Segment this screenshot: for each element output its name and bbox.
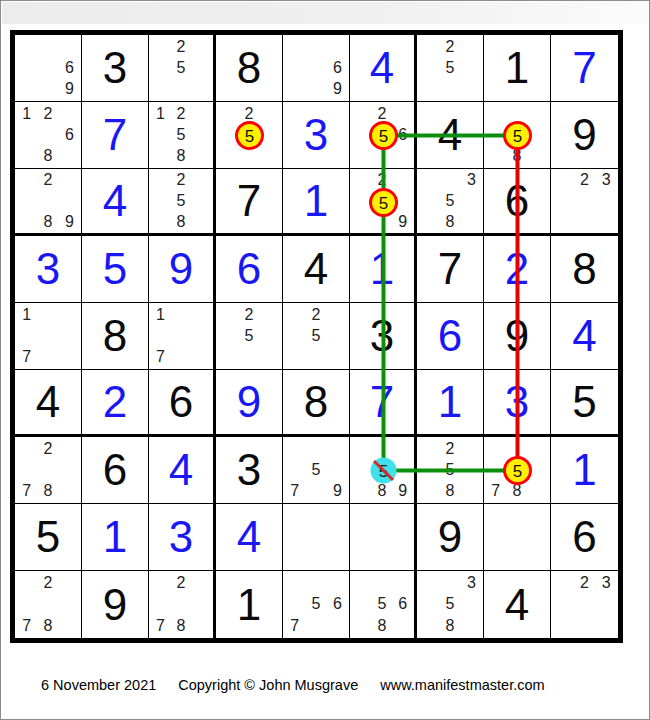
candidate-3: 3 [461, 170, 482, 191]
candidate-6: 6 [392, 594, 413, 616]
cell-r1c1[interactable]: 69 [15, 35, 82, 102]
cell-r8c1[interactable]: 5 [15, 504, 82, 571]
cell-r3c8[interactable]: 6 [484, 169, 551, 236]
cell-r6c4[interactable]: 9 [216, 370, 283, 437]
candidate-7: 7 [284, 481, 305, 502]
given-digit: 1 [484, 35, 550, 101]
cell-r7c3[interactable]: 4 [149, 437, 216, 504]
cell-r7c9[interactable]: 1 [551, 437, 618, 504]
cell-r4c2[interactable]: 5 [82, 236, 149, 303]
candidate-2: 2 [574, 170, 596, 191]
solved-digit: 1 [551, 437, 618, 503]
cell-r5c8[interactable]: 9 [484, 303, 551, 370]
cell-r4c7[interactable]: 7 [417, 236, 484, 303]
candidate-5: 5 [305, 459, 326, 480]
given-digit: 7 [216, 169, 282, 233]
candidate-9: 9 [327, 481, 348, 502]
candidate-7: 7 [16, 347, 37, 368]
cell-r8c8[interactable] [484, 504, 551, 571]
cell-r9c3[interactable]: 278 [149, 571, 216, 638]
cell-r7c8[interactable]: 578 [484, 437, 551, 504]
candidate-2: 2 [372, 170, 393, 191]
candidate-8: 8 [372, 481, 393, 502]
candidate-8: 8 [372, 615, 393, 637]
candidate-8: 8 [171, 211, 192, 232]
solved-digit: 6 [417, 303, 483, 369]
solved-digit: 7 [551, 35, 618, 101]
cell-r6c3[interactable]: 6 [149, 370, 216, 437]
candidate-2: 2 [37, 438, 58, 459]
cell-r3c5[interactable]: 1 [283, 169, 350, 236]
cell-r5c5[interactable]: 25 [283, 303, 350, 370]
cell-r8c5[interactable] [283, 504, 350, 571]
candidate-8: 8 [37, 615, 58, 637]
candidate-5: 5 [372, 459, 393, 480]
candidate-7: 7 [150, 347, 171, 368]
footer-copyright: Copyright © John Musgrave [178, 677, 358, 693]
cell-r3c2[interactable]: 4 [82, 169, 149, 236]
solved-digit: 9 [149, 236, 213, 302]
candidate-8: 8 [171, 146, 192, 167]
given-digit: 3 [216, 437, 282, 503]
cell-r8c7[interactable]: 9 [417, 504, 484, 571]
solved-digit: 4 [551, 303, 618, 369]
cell-r3c3[interactable]: 258 [149, 169, 216, 236]
candidate-9: 9 [59, 79, 80, 100]
candidate-7: 7 [16, 615, 37, 637]
solved-digit: 1 [350, 236, 414, 302]
cell-r2c5[interactable]: 3 [283, 102, 350, 169]
candidate-5: 5 [439, 191, 460, 212]
cell-r2c9[interactable]: 9 [551, 102, 618, 169]
candidate-6: 6 [327, 57, 348, 78]
cell-r6c8[interactable]: 3 [484, 370, 551, 437]
cell-r9c5[interactable]: 567 [283, 571, 350, 638]
candidate-3: 3 [595, 572, 617, 594]
solved-digit: 2 [484, 236, 550, 302]
cell-r6c6[interactable]: 7 [350, 370, 417, 437]
footer-date: 6 November 2021 [41, 677, 156, 693]
solved-digit: 3 [484, 370, 550, 434]
candidate-5: 5 [439, 594, 460, 616]
given-digit: 9 [484, 303, 550, 369]
given-digit: 4 [15, 370, 81, 434]
cell-r4c3[interactable]: 9 [149, 236, 216, 303]
solved-digit: 4 [82, 169, 148, 233]
solved-digit: 2 [82, 370, 148, 434]
candidate-2: 2 [37, 103, 58, 124]
given-digit: 6 [82, 437, 148, 503]
candidate-5: 5 [238, 325, 259, 346]
candidate-2: 2 [171, 572, 192, 594]
solved-digit: 1 [82, 504, 148, 570]
cell-r1c5[interactable]: 69 [283, 35, 350, 102]
candidate-2: 2 [171, 170, 192, 191]
cell-r2c7[interactable]: 4 [417, 102, 484, 169]
candidate-9: 9 [327, 79, 348, 100]
cell-r2c2[interactable]: 7 [82, 102, 149, 169]
cell-r2c8[interactable]: 58 [484, 102, 551, 169]
candidate-2: 2 [372, 103, 393, 124]
cell-r8c4[interactable]: 4 [216, 504, 283, 571]
cell-r7c2[interactable]: 6 [82, 437, 149, 504]
candidate-5: 5 [305, 594, 326, 616]
candidate-1: 1 [150, 304, 171, 325]
candidate-2: 2 [305, 304, 326, 325]
given-digit: 9 [551, 102, 618, 168]
candidate-2: 2 [439, 36, 460, 57]
footer: 6 November 2021 Copyright © John Musgrav… [41, 677, 545, 693]
cell-r5c7[interactable]: 6 [417, 303, 484, 370]
candidate-5: 5 [372, 191, 393, 212]
given-digit: 8 [551, 236, 618, 302]
cell-r6c9[interactable]: 5 [551, 370, 618, 437]
solved-digit: 4 [350, 35, 414, 101]
candidate-5: 5 [171, 124, 192, 145]
candidate-7: 7 [150, 615, 171, 637]
cell-r3c6[interactable]: 259 [350, 169, 417, 236]
cell-r5c2[interactable]: 8 [82, 303, 149, 370]
solved-digit: 3 [149, 504, 213, 570]
candidate-5: 5 [439, 459, 460, 480]
sudoku-board: 6932586942517126871258253256458928942587… [10, 30, 623, 643]
given-digit: 6 [484, 169, 550, 233]
candidate-9: 9 [392, 211, 413, 232]
candidate-8: 8 [37, 211, 58, 232]
cell-r5c4[interactable]: 25 [216, 303, 283, 370]
given-digit: 3 [82, 35, 148, 101]
cell-r5c3[interactable]: 17 [149, 303, 216, 370]
candidate-6: 6 [392, 124, 413, 145]
candidate-5: 5 [372, 594, 393, 616]
candidate-5: 5 [305, 325, 326, 346]
candidate-7: 7 [284, 615, 305, 637]
candidate-5: 5 [171, 57, 192, 78]
given-digit: 7 [417, 236, 483, 302]
cell-r9c8[interactable]: 4 [484, 571, 551, 638]
candidate-5: 5 [171, 191, 192, 212]
given-digit: 8 [283, 370, 349, 434]
candidate-8: 8 [171, 615, 192, 637]
candidate-2: 2 [439, 438, 460, 459]
candidate-5: 5 [439, 57, 460, 78]
candidate-2: 2 [171, 103, 192, 124]
cell-r7c7[interactable]: 258 [417, 437, 484, 504]
given-digit: 4 [283, 236, 349, 302]
cell-r9c6[interactable]: 568 [350, 571, 417, 638]
candidate-3: 3 [461, 572, 482, 594]
solved-digit: 3 [283, 102, 349, 168]
candidate-7: 7 [485, 481, 506, 502]
cell-r4c1[interactable]: 3 [15, 236, 82, 303]
candidate-2: 2 [37, 572, 58, 594]
given-digit: 4 [417, 102, 483, 168]
cell-r9c4[interactable]: 1 [216, 571, 283, 638]
cell-r4c4[interactable]: 6 [216, 236, 283, 303]
cell-r8c6[interactable] [350, 504, 417, 571]
cell-r1c7[interactable]: 25 [417, 35, 484, 102]
candidate-5: 5 [372, 124, 393, 145]
window-top-bar [2, 2, 648, 24]
cell-r1c8[interactable]: 1 [484, 35, 551, 102]
candidate-5: 5 [506, 459, 527, 480]
cell-r2c1[interactable]: 1268 [15, 102, 82, 169]
cell-r1c9[interactable]: 7 [551, 35, 618, 102]
cell-r2c4[interactable]: 25 [216, 102, 283, 169]
cell-r3c9[interactable]: 23 [551, 169, 618, 236]
cell-r5c6[interactable]: 3 [350, 303, 417, 370]
solved-digit: 9 [216, 370, 282, 434]
candidate-1: 1 [150, 103, 171, 124]
candidate-8: 8 [37, 146, 58, 167]
cell-r4c9[interactable]: 8 [551, 236, 618, 303]
cell-r7c5[interactable]: 579 [283, 437, 350, 504]
solved-digit: 7 [350, 370, 414, 434]
candidate-8: 8 [439, 615, 460, 637]
cell-r5c9[interactable]: 4 [551, 303, 618, 370]
candidate-5: 5 [238, 124, 259, 145]
solved-digit: 1 [283, 169, 349, 233]
solved-digit: 3 [15, 236, 81, 302]
candidate-6: 6 [327, 594, 348, 616]
given-digit: 1 [216, 571, 282, 638]
cell-r6c7[interactable]: 1 [417, 370, 484, 437]
cell-r3c7[interactable]: 358 [417, 169, 484, 236]
candidate-1: 1 [16, 304, 37, 325]
cell-r2c3[interactable]: 1258 [149, 102, 216, 169]
cell-r1c6[interactable]: 4 [350, 35, 417, 102]
cell-r3c4[interactable]: 7 [216, 169, 283, 236]
cell-r7c4[interactable]: 3 [216, 437, 283, 504]
candidate-3: 3 [595, 170, 617, 191]
candidate-8: 8 [506, 146, 527, 167]
footer-website: www.manifestmaster.com [380, 677, 544, 693]
solved-digit: 5 [82, 236, 148, 302]
candidate-8: 8 [439, 211, 460, 232]
candidate-2: 2 [238, 103, 259, 124]
cell-r1c4[interactable]: 8 [216, 35, 283, 102]
solved-digit: 1 [417, 370, 483, 434]
candidate-2: 2 [574, 572, 596, 594]
candidate-9: 9 [392, 481, 413, 502]
candidate-6: 6 [59, 57, 80, 78]
given-digit: 9 [417, 504, 483, 570]
cell-r2c6[interactable]: 256 [350, 102, 417, 169]
candidate-8: 8 [506, 481, 527, 502]
candidate-2: 2 [238, 304, 259, 325]
app-window: 6932586942517126871258253256458928942587… [0, 0, 650, 720]
solved-digit: 6 [216, 236, 282, 302]
candidate-2: 2 [171, 36, 192, 57]
candidate-8: 8 [439, 481, 460, 502]
cell-r5c1[interactable]: 17 [15, 303, 82, 370]
cell-r1c3[interactable]: 25 [149, 35, 216, 102]
cell-r9c2[interactable]: 9 [82, 571, 149, 638]
cell-r3c1[interactable]: 289 [15, 169, 82, 236]
given-digit: 5 [551, 370, 618, 434]
solved-digit: 7 [82, 102, 148, 168]
given-digit: 3 [350, 303, 414, 369]
candidate-1: 1 [16, 103, 37, 124]
cell-r7c1[interactable]: 278 [15, 437, 82, 504]
cell-r8c3[interactable]: 3 [149, 504, 216, 571]
cell-r4c6[interactable]: 1 [350, 236, 417, 303]
cell-r7c6[interactable]: 589 [350, 437, 417, 504]
cell-r6c1[interactable]: 4 [15, 370, 82, 437]
cell-r9c1[interactable]: 278 [15, 571, 82, 638]
cell-r1c2[interactable]: 3 [82, 35, 149, 102]
given-digit: 6 [149, 370, 213, 434]
given-digit: 9 [82, 571, 148, 638]
candidate-7: 7 [16, 481, 37, 502]
solved-digit: 4 [216, 504, 282, 570]
given-digit: 8 [216, 35, 282, 101]
candidate-9: 9 [59, 211, 80, 232]
cell-r4c8[interactable]: 2 [484, 236, 551, 303]
given-digit: 5 [15, 504, 81, 570]
candidate-6: 6 [59, 124, 80, 145]
candidate-5: 5 [506, 124, 527, 145]
cell-r9c7[interactable]: 358 [417, 571, 484, 638]
cell-r4c5[interactable]: 4 [283, 236, 350, 303]
cell-r6c5[interactable]: 8 [283, 370, 350, 437]
solved-digit: 4 [149, 437, 213, 503]
given-digit: 8 [82, 303, 148, 369]
cell-r8c2[interactable]: 1 [82, 504, 149, 571]
given-digit: 4 [484, 571, 550, 638]
cell-r9c9[interactable]: 23 [551, 571, 618, 638]
candidate-2: 2 [37, 170, 58, 191]
candidate-8: 8 [37, 481, 58, 502]
given-digit: 6 [551, 504, 618, 570]
cell-r8c9[interactable]: 6 [551, 504, 618, 571]
cell-r6c2[interactable]: 2 [82, 370, 149, 437]
